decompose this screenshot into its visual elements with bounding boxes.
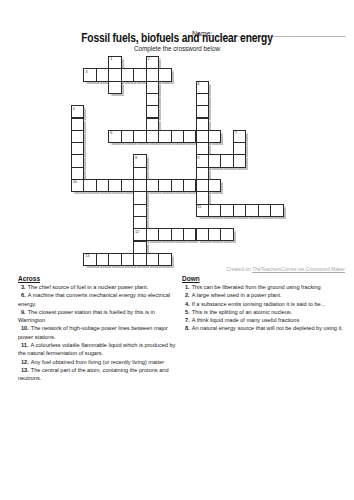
clue-down-7: 7.A think liquid made of many useful fra… bbox=[182, 316, 347, 324]
clue-number: 3. bbox=[21, 284, 26, 290]
grid-cell[interactable] bbox=[146, 81, 159, 94]
grid-cell[interactable] bbox=[83, 179, 96, 192]
cell-number: 3 bbox=[85, 70, 87, 74]
clue-text: This can be liberated from the ground us… bbox=[192, 284, 321, 290]
grid-cell[interactable]: 9 bbox=[196, 154, 209, 167]
clue-text: The central part of the atom, containing… bbox=[18, 367, 169, 381]
grid-cell[interactable] bbox=[133, 253, 146, 266]
grid-cell[interactable] bbox=[146, 179, 159, 192]
grid-cell[interactable] bbox=[196, 105, 209, 118]
clue-text: A think liquid made of many useful fract… bbox=[192, 317, 300, 323]
grid-cell[interactable] bbox=[146, 93, 159, 106]
grid-cell[interactable] bbox=[133, 68, 146, 81]
grid-cell[interactable] bbox=[245, 204, 258, 217]
grid-cell[interactable] bbox=[196, 191, 209, 204]
clue-across-11: 11.A colourless volatile flammable liqui… bbox=[18, 341, 181, 358]
clue-number: 4. bbox=[185, 301, 190, 307]
grid-cell[interactable] bbox=[208, 204, 221, 217]
grid-cell[interactable] bbox=[108, 253, 121, 266]
grid-cell[interactable]: 10 bbox=[71, 179, 84, 192]
clue-text: This is the splitting of an atomic nucle… bbox=[192, 309, 292, 315]
clue-across-3: 3.The chief source of fuel in a nuclear … bbox=[18, 283, 181, 291]
credit-prefix: Created on bbox=[226, 266, 252, 272]
clue-down-5: 5.This is the splitting of an atomic nuc… bbox=[182, 308, 347, 316]
grid-cell[interactable] bbox=[96, 68, 109, 81]
clue-down-1: 1.This can be liberated from the ground … bbox=[182, 283, 347, 291]
clue-across-9: 9.The closest power station that is fuel… bbox=[18, 308, 181, 325]
across-clues-section: Across 3.The chief source of fuel in a n… bbox=[18, 274, 181, 383]
grid-cell[interactable] bbox=[208, 228, 221, 241]
clue-number: 6. bbox=[21, 292, 26, 298]
grid-cell[interactable] bbox=[146, 253, 159, 266]
grid-cell[interactable] bbox=[258, 204, 271, 217]
grid-cell[interactable] bbox=[121, 68, 134, 81]
grid-cell[interactable] bbox=[158, 253, 171, 266]
clue-number: 8. bbox=[185, 325, 190, 331]
grid-cell[interactable] bbox=[133, 179, 146, 192]
footer-credit: Created on TheTeachersCorner.net Crosswo… bbox=[226, 266, 345, 272]
grid-cell[interactable] bbox=[183, 130, 196, 143]
grid-cell[interactable] bbox=[146, 105, 159, 118]
clue-text: A large wheel used in a power plant. bbox=[192, 292, 282, 298]
clue-text: An natural energy source that will not b… bbox=[192, 325, 343, 331]
grid-cell[interactable] bbox=[133, 204, 146, 217]
clue-text: Any fuel obtained from living (or recent… bbox=[31, 359, 164, 365]
grid-cell[interactable] bbox=[71, 154, 84, 167]
grid-cell[interactable] bbox=[233, 142, 246, 155]
clue-number: 1. bbox=[185, 284, 190, 290]
grid-cell[interactable] bbox=[133, 241, 146, 254]
clue-down-8: 8.An natural energy source that will not… bbox=[182, 324, 347, 332]
grid-cell[interactable]: 7 bbox=[233, 130, 246, 143]
credit-link[interactable]: TheTeachersCorner.net Crossword Maker bbox=[252, 266, 345, 272]
cell-number: 12 bbox=[135, 230, 139, 234]
clue-across-10: 10.The network of high-voltage power lin… bbox=[18, 324, 181, 341]
clue-text: A machine that converts mechanical energ… bbox=[18, 292, 170, 306]
grid-cell[interactable] bbox=[233, 154, 246, 167]
grid-cell[interactable] bbox=[233, 204, 246, 217]
clue-across-12: 12.Any fuel obtained from living (or rec… bbox=[18, 358, 181, 366]
grid-cell[interactable] bbox=[133, 216, 146, 229]
cell-number: 8 bbox=[135, 156, 137, 160]
grid-cell[interactable] bbox=[133, 130, 146, 143]
grid-cell[interactable]: 4 bbox=[196, 81, 209, 94]
grid-cell[interactable] bbox=[270, 204, 283, 217]
grid-cell[interactable] bbox=[146, 118, 159, 131]
grid-cell[interactable] bbox=[196, 93, 209, 106]
clue-down-4: 4.If a substance emits ionising radiatio… bbox=[182, 300, 347, 308]
clue-number: 13. bbox=[21, 367, 29, 373]
grid-cell[interactable] bbox=[71, 118, 84, 131]
cell-number: 9 bbox=[197, 156, 199, 160]
clue-across-13: 13.The central part of the atom, contain… bbox=[18, 366, 181, 383]
clue-text: A colourless volatile flammable liquid w… bbox=[18, 342, 175, 356]
grid-cell[interactable]: 1 bbox=[108, 56, 121, 69]
grid-cell[interactable] bbox=[171, 228, 184, 241]
grid-cell[interactable] bbox=[183, 179, 196, 192]
grid-cell[interactable] bbox=[158, 179, 171, 192]
grid-cell[interactable] bbox=[220, 154, 233, 167]
clue-across-6: 6.A machine that converts mechanical ene… bbox=[18, 291, 181, 308]
clue-number: 9. bbox=[21, 309, 26, 315]
clue-text: The closest power station that is fuelle… bbox=[18, 309, 155, 323]
grid-cell[interactable]: 6 bbox=[108, 130, 121, 143]
clue-number: 11. bbox=[21, 342, 28, 348]
grid-cell[interactable] bbox=[196, 142, 209, 155]
grid-cell[interactable]: 3 bbox=[83, 68, 96, 81]
grid-cell[interactable] bbox=[96, 253, 109, 266]
grid-cell[interactable] bbox=[183, 228, 196, 241]
grid-cell[interactable] bbox=[208, 130, 221, 143]
grid-cell[interactable]: 8 bbox=[133, 154, 146, 167]
grid-cell[interactable]: 13 bbox=[83, 253, 96, 266]
grid-cell[interactable] bbox=[108, 81, 121, 94]
clue-down-2: 2.A large wheel used in a power plant. bbox=[182, 291, 347, 299]
grid-cell[interactable] bbox=[196, 167, 209, 180]
cell-number: 10 bbox=[73, 180, 77, 184]
clue-number: 12. bbox=[21, 359, 29, 365]
clue-number: 10. bbox=[21, 325, 29, 331]
grid-cell[interactable] bbox=[196, 118, 209, 131]
down-heading: Down bbox=[182, 274, 347, 283]
grid-cell[interactable] bbox=[71, 130, 84, 143]
cell-number: 4 bbox=[197, 82, 199, 86]
cell-number: 6 bbox=[110, 131, 112, 135]
grid-cell[interactable] bbox=[158, 130, 171, 143]
clue-text: The network of high-voltage power lines … bbox=[18, 325, 168, 339]
page-subtitle: Complete the crossword below bbox=[0, 45, 354, 52]
grid-cell[interactable] bbox=[220, 228, 233, 241]
grid-cell[interactable] bbox=[146, 228, 159, 241]
grid-cell[interactable] bbox=[121, 130, 134, 143]
grid-cell[interactable] bbox=[158, 68, 171, 81]
grid-cell[interactable] bbox=[158, 228, 171, 241]
grid-cell[interactable] bbox=[171, 130, 184, 143]
clue-text: The chief source of fuel in a nuclear po… bbox=[28, 284, 149, 290]
grid-cell[interactable] bbox=[121, 253, 134, 266]
cell-number: 5 bbox=[73, 107, 75, 111]
grid-cell[interactable] bbox=[108, 68, 121, 81]
grid-cell[interactable] bbox=[196, 179, 209, 192]
page-title: Fossil fuels, biofuels and nuclear energ… bbox=[32, 31, 322, 45]
cell-number: 7 bbox=[235, 131, 237, 135]
grid-cell[interactable] bbox=[108, 179, 121, 192]
cell-number: 13 bbox=[85, 254, 89, 258]
worksheet-page: Name: Fossil fuels, biofuels and nuclear… bbox=[0, 0, 354, 500]
grid-cell[interactable] bbox=[133, 167, 146, 180]
grid-cell[interactable] bbox=[121, 179, 134, 192]
clue-number: 5. bbox=[185, 309, 190, 315]
cell-number: 1 bbox=[110, 57, 112, 61]
grid-cell[interactable] bbox=[71, 167, 84, 180]
clue-number: 2. bbox=[185, 292, 190, 298]
grid-cell[interactable]: 12 bbox=[133, 228, 146, 241]
grid-cell[interactable] bbox=[146, 130, 159, 143]
grid-cell[interactable] bbox=[96, 179, 109, 192]
cell-number: 11 bbox=[197, 205, 201, 209]
grid-cell[interactable] bbox=[196, 130, 209, 143]
crossword-grid: 12345678910111213 bbox=[71, 56, 284, 267]
cell-number: 2 bbox=[147, 57, 149, 61]
grid-cell[interactable] bbox=[171, 179, 184, 192]
grid-cell[interactable] bbox=[133, 191, 146, 204]
down-clues-section: Down 1.This can be liberated from the gr… bbox=[182, 274, 347, 333]
grid-cell[interactable] bbox=[208, 179, 221, 192]
clue-number: 7. bbox=[185, 317, 190, 323]
grid-cell[interactable] bbox=[146, 68, 159, 81]
grid-cell[interactable] bbox=[71, 142, 84, 155]
across-heading: Across bbox=[18, 274, 181, 283]
grid-cell[interactable] bbox=[208, 154, 221, 167]
grid-cell[interactable] bbox=[220, 204, 233, 217]
grid-cell[interactable]: 11 bbox=[196, 204, 209, 217]
grid-cell[interactable] bbox=[196, 228, 209, 241]
grid-cell[interactable]: 5 bbox=[71, 105, 84, 118]
clue-text: If a substance emits ionising radiation … bbox=[192, 301, 326, 307]
grid-cell[interactable]: 2 bbox=[146, 56, 159, 69]
name-row: Name: bbox=[192, 19, 346, 28]
